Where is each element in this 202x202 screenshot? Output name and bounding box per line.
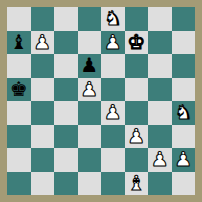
square-c7[interactable] xyxy=(54,31,78,55)
square-e4[interactable]: ♟ xyxy=(101,101,125,125)
square-b7[interactable]: ♟ xyxy=(31,31,55,55)
square-c2[interactable] xyxy=(54,148,78,172)
square-e5[interactable] xyxy=(101,78,125,102)
square-b1[interactable] xyxy=(31,172,55,196)
square-f6[interactable] xyxy=(125,54,149,78)
square-a8[interactable] xyxy=(7,7,31,31)
square-f8[interactable] xyxy=(125,7,149,31)
square-h8[interactable] xyxy=(172,7,196,31)
square-d5[interactable]: ♟ xyxy=(78,78,102,102)
square-h5[interactable] xyxy=(172,78,196,102)
square-c4[interactable] xyxy=(54,101,78,125)
square-d4[interactable] xyxy=(78,101,102,125)
square-a3[interactable] xyxy=(7,125,31,149)
square-b3[interactable] xyxy=(31,125,55,149)
square-e3[interactable] xyxy=(101,125,125,149)
square-a5[interactable]: ♚ xyxy=(7,78,31,102)
square-h6[interactable] xyxy=(172,54,196,78)
square-e6[interactable] xyxy=(101,54,125,78)
square-e7[interactable]: ♟ xyxy=(101,31,125,55)
piece-white-bishop-f1[interactable]: ♝ xyxy=(127,172,145,196)
square-c6[interactable] xyxy=(54,54,78,78)
square-h4[interactable]: ♞ xyxy=(172,101,196,125)
piece-white-knight-e8[interactable]: ♞ xyxy=(104,7,122,31)
square-d2[interactable] xyxy=(78,148,102,172)
square-b8[interactable] xyxy=(31,7,55,31)
square-g2[interactable]: ♟ xyxy=(148,148,172,172)
square-c3[interactable] xyxy=(54,125,78,149)
square-f4[interactable] xyxy=(125,101,149,125)
piece-white-pawn-e4[interactable]: ♟ xyxy=(104,101,122,125)
square-b4[interactable] xyxy=(31,101,55,125)
square-d3[interactable] xyxy=(78,125,102,149)
square-d1[interactable] xyxy=(78,172,102,196)
piece-white-pawn-b7[interactable]: ♟ xyxy=(33,31,51,55)
square-a2[interactable] xyxy=(7,148,31,172)
square-g7[interactable] xyxy=(148,31,172,55)
square-g8[interactable] xyxy=(148,7,172,31)
square-a4[interactable] xyxy=(7,101,31,125)
square-e1[interactable] xyxy=(101,172,125,196)
square-e2[interactable] xyxy=(101,148,125,172)
piece-black-bishop-a7[interactable]: ♝ xyxy=(10,31,28,55)
piece-white-pawn-e7[interactable]: ♟ xyxy=(104,31,122,55)
square-h2[interactable]: ♟ xyxy=(172,148,196,172)
piece-white-pawn-d5[interactable]: ♟ xyxy=(80,78,98,102)
square-g1[interactable] xyxy=(148,172,172,196)
piece-white-knight-h4[interactable]: ♞ xyxy=(174,101,192,125)
square-g6[interactable] xyxy=(148,54,172,78)
square-f5[interactable] xyxy=(125,78,149,102)
square-b2[interactable] xyxy=(31,148,55,172)
square-d6[interactable]: ♟ xyxy=(78,54,102,78)
square-h1[interactable] xyxy=(172,172,196,196)
square-c1[interactable] xyxy=(54,172,78,196)
square-f3[interactable]: ♟ xyxy=(125,125,149,149)
square-g3[interactable] xyxy=(148,125,172,149)
square-b5[interactable] xyxy=(31,78,55,102)
piece-white-king-f7[interactable]: ♚ xyxy=(127,31,145,55)
square-c8[interactable] xyxy=(54,7,78,31)
piece-white-pawn-h2[interactable]: ♟ xyxy=(174,148,192,172)
square-a6[interactable] xyxy=(7,54,31,78)
square-h7[interactable] xyxy=(172,31,196,55)
square-d8[interactable] xyxy=(78,7,102,31)
piece-black-pawn-d6[interactable]: ♟ xyxy=(80,54,98,78)
piece-black-king-a5[interactable]: ♚ xyxy=(10,78,28,102)
square-g4[interactable] xyxy=(148,101,172,125)
square-f2[interactable] xyxy=(125,148,149,172)
square-c5[interactable] xyxy=(54,78,78,102)
square-e8[interactable]: ♞ xyxy=(101,7,125,31)
piece-white-pawn-f3[interactable]: ♟ xyxy=(127,125,145,149)
square-f7[interactable]: ♚ xyxy=(125,31,149,55)
square-a7[interactable]: ♝ xyxy=(7,31,31,55)
chess-board: ♞♝♟♟♚♟♚♟♟♞♟♟♟♝ xyxy=(7,7,195,195)
square-g5[interactable] xyxy=(148,78,172,102)
square-d7[interactable] xyxy=(78,31,102,55)
square-f1[interactable]: ♝ xyxy=(125,172,149,196)
square-a1[interactable] xyxy=(7,172,31,196)
board-frame: ♞♝♟♟♚♟♚♟♟♞♟♟♟♝ xyxy=(0,0,202,202)
square-b6[interactable] xyxy=(31,54,55,78)
square-h3[interactable] xyxy=(172,125,196,149)
piece-white-pawn-g2[interactable]: ♟ xyxy=(151,148,169,172)
